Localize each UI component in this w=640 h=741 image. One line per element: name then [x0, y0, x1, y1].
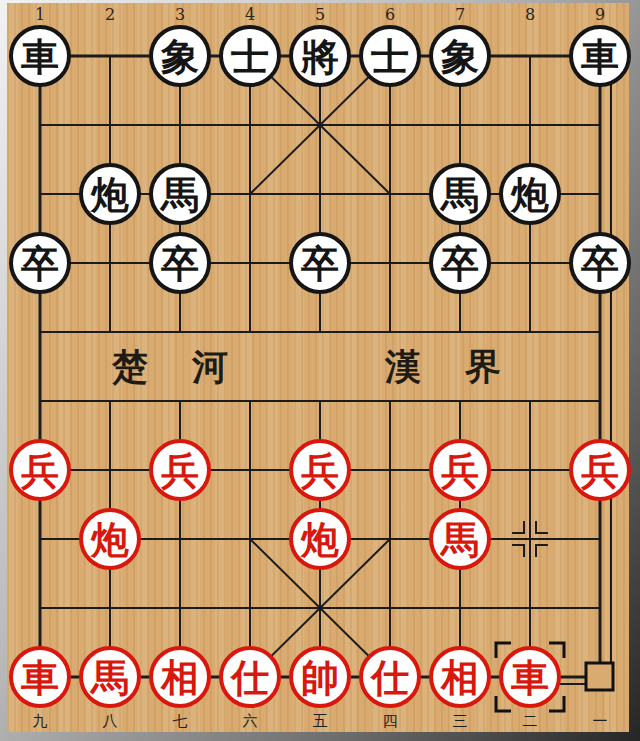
file-label-bottom: 六 [232, 712, 268, 730]
river-label-left: 楚河 [112, 346, 272, 386]
piece-black-soldier[interactable]: 卒 [429, 232, 491, 294]
piece-red-soldier[interactable]: 兵 [9, 439, 71, 501]
file-label-top: 7 [442, 6, 478, 24]
file-label-top: 3 [162, 6, 198, 24]
piece-red-soldier[interactable]: 兵 [149, 439, 211, 501]
file-label-bottom: 八 [92, 712, 128, 730]
piece-black-soldier[interactable]: 卒 [149, 232, 211, 294]
piece-red-advisor[interactable]: 仕 [359, 646, 421, 708]
file-label-top: 9 [582, 6, 618, 24]
piece-red-general[interactable]: 帥 [289, 646, 351, 708]
file-label-bottom: 七 [162, 712, 198, 730]
last-move-origin-marker [586, 663, 613, 690]
piece-red-chariot[interactable]: 車 [9, 646, 71, 708]
file-label-top: 2 [92, 6, 128, 24]
piece-black-soldier[interactable]: 卒 [569, 232, 631, 294]
piece-black-horse[interactable]: 馬 [429, 163, 491, 225]
file-label-top: 8 [512, 6, 548, 24]
piece-black-advisor[interactable]: 士 [359, 25, 421, 87]
file-label-bottom: 三 [442, 712, 478, 730]
file-label-bottom: 一 [582, 712, 618, 730]
board-stage: 123456789 九八七六五四三二一 楚河 漢界 車象士將士象車炮馬馬炮卒卒卒… [0, 0, 640, 741]
file-label-bottom: 九 [22, 712, 58, 730]
file-label-top: 1 [22, 6, 58, 24]
river-label-right: 漢界 [385, 346, 545, 386]
file-label-top: 5 [302, 6, 338, 24]
piece-red-elephant[interactable]: 相 [149, 646, 211, 708]
screenshot-frame: 123456789 九八七六五四三二一 楚河 漢界 車象士將士象車炮馬馬炮卒卒卒… [0, 0, 640, 741]
piece-black-cannon[interactable]: 炮 [79, 163, 141, 225]
piece-black-elephant[interactable]: 象 [429, 25, 491, 87]
file-label-bottom: 二 [512, 712, 548, 730]
file-label-top: 4 [232, 6, 268, 24]
piece-black-chariot[interactable]: 車 [9, 25, 71, 87]
piece-black-horse[interactable]: 馬 [149, 163, 211, 225]
piece-red-horse[interactable]: 馬 [429, 508, 491, 570]
piece-black-general[interactable]: 將 [289, 25, 351, 87]
file-label-bottom: 五 [302, 712, 338, 730]
piece-black-soldier[interactable]: 卒 [9, 232, 71, 294]
piece-black-chariot[interactable]: 車 [569, 25, 631, 87]
piece-red-cannon[interactable]: 炮 [289, 508, 351, 570]
piece-red-horse[interactable]: 馬 [79, 646, 141, 708]
piece-red-soldier[interactable]: 兵 [289, 439, 351, 501]
piece-red-elephant[interactable]: 相 [429, 646, 491, 708]
piece-red-cannon[interactable]: 炮 [79, 508, 141, 570]
file-label-bottom: 四 [372, 712, 408, 730]
piece-red-advisor[interactable]: 仕 [219, 646, 281, 708]
piece-black-elephant[interactable]: 象 [149, 25, 211, 87]
piece-black-cannon[interactable]: 炮 [499, 163, 561, 225]
piece-black-soldier[interactable]: 卒 [289, 232, 351, 294]
piece-black-advisor[interactable]: 士 [219, 25, 281, 87]
piece-red-soldier[interactable]: 兵 [429, 439, 491, 501]
file-label-top: 6 [372, 6, 408, 24]
piece-red-chariot[interactable]: 車 [499, 646, 561, 708]
piece-red-soldier[interactable]: 兵 [569, 439, 631, 501]
